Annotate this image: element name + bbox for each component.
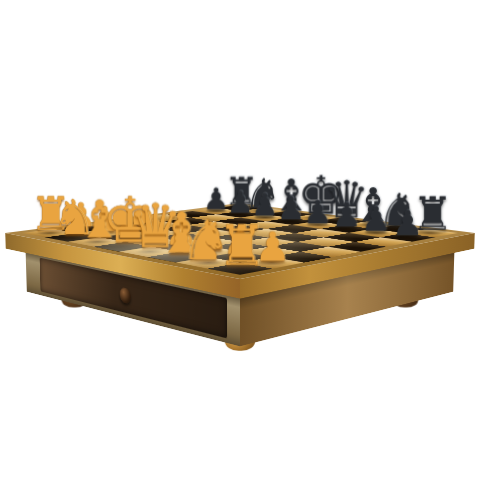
piece-black-rook-a8: ♜ [411,191,450,237]
piece-black-rook-h8: ♜ [224,172,257,211]
piece-black-pawn-b7: ♟ [357,202,396,236]
piece-black-pawn-c7: ♟ [328,198,366,231]
piece-black-pawn-f7: ♟ [247,189,282,220]
chessboard: ♜♞♝♚♛♝♞♜♟♟♟♟♟♟♟♟♟♟♟♟♟♟♟♟♜♞♝♚♛♝♞♜ [5,203,475,279]
piece-white-pawn-h2: ♟ [62,198,100,231]
chess-set-photo: ♜♞♝♚♛♝♞♜♟♟♟♟♟♟♟♟♟♟♟♟♟♟♟♟♜♞♝♚♛♝♞♜ [0,0,500,500]
piece-black-knight-b8: ♞ [381,187,419,233]
piece-black-bishop-c8: ♝ [351,182,388,229]
piece-black-pawn-h7: ♟ [199,184,233,214]
piece-black-pawn-g7: ♟ [223,186,257,216]
piece-black-pawn-a7: ♟ [388,205,427,240]
piece-black-pawn-d7: ♟ [300,195,337,227]
piece-black-pawn-e7: ♟ [273,192,309,224]
drawer-knob [119,286,130,304]
piece-white-rook-h1: ♜ [30,191,69,237]
